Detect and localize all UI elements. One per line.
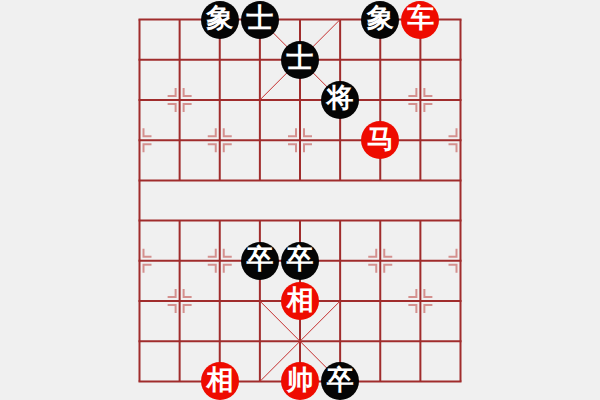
piece-label: 卒 xyxy=(246,246,273,273)
piece-black-pawn[interactable]: 卒 xyxy=(241,242,279,280)
piece-black-advisor[interactable]: 士 xyxy=(281,41,319,79)
piece-red-horse[interactable]: 马 xyxy=(361,121,399,159)
piece-black-pawn[interactable]: 卒 xyxy=(321,362,359,400)
piece-red-general[interactable]: 帅 xyxy=(281,362,319,400)
piece-label: 车 xyxy=(407,5,434,32)
piece-black-general[interactable]: 将 xyxy=(321,81,359,119)
piece-red-elephant[interactable]: 相 xyxy=(281,282,319,320)
piece-label: 卒 xyxy=(327,367,354,394)
piece-label: 卒 xyxy=(287,246,314,273)
piece-label: 相 xyxy=(287,287,314,314)
piece-red-elephant[interactable]: 相 xyxy=(201,362,239,400)
piece-label: 士 xyxy=(287,45,314,72)
piece-label: 相 xyxy=(206,367,233,394)
piece-label: 帅 xyxy=(287,367,314,394)
piece-label: 马 xyxy=(367,126,394,153)
piece-label: 象 xyxy=(367,5,394,32)
piece-red-chariot[interactable]: 车 xyxy=(401,1,439,39)
piece-black-elephant[interactable]: 象 xyxy=(201,1,239,39)
piece-label: 将 xyxy=(327,85,354,112)
piece-black-elephant[interactable]: 象 xyxy=(361,1,399,39)
piece-black-pawn[interactable]: 卒 xyxy=(281,242,319,280)
piece-label: 象 xyxy=(206,5,233,32)
xiangqi-app-stage: 象士象车士将马卒卒相相帅卒 xyxy=(0,0,600,400)
piece-black-advisor[interactable]: 士 xyxy=(241,1,279,39)
piece-label: 士 xyxy=(246,5,273,32)
pieces-layer: 象士象车士将马卒卒相相帅卒 xyxy=(0,0,600,400)
